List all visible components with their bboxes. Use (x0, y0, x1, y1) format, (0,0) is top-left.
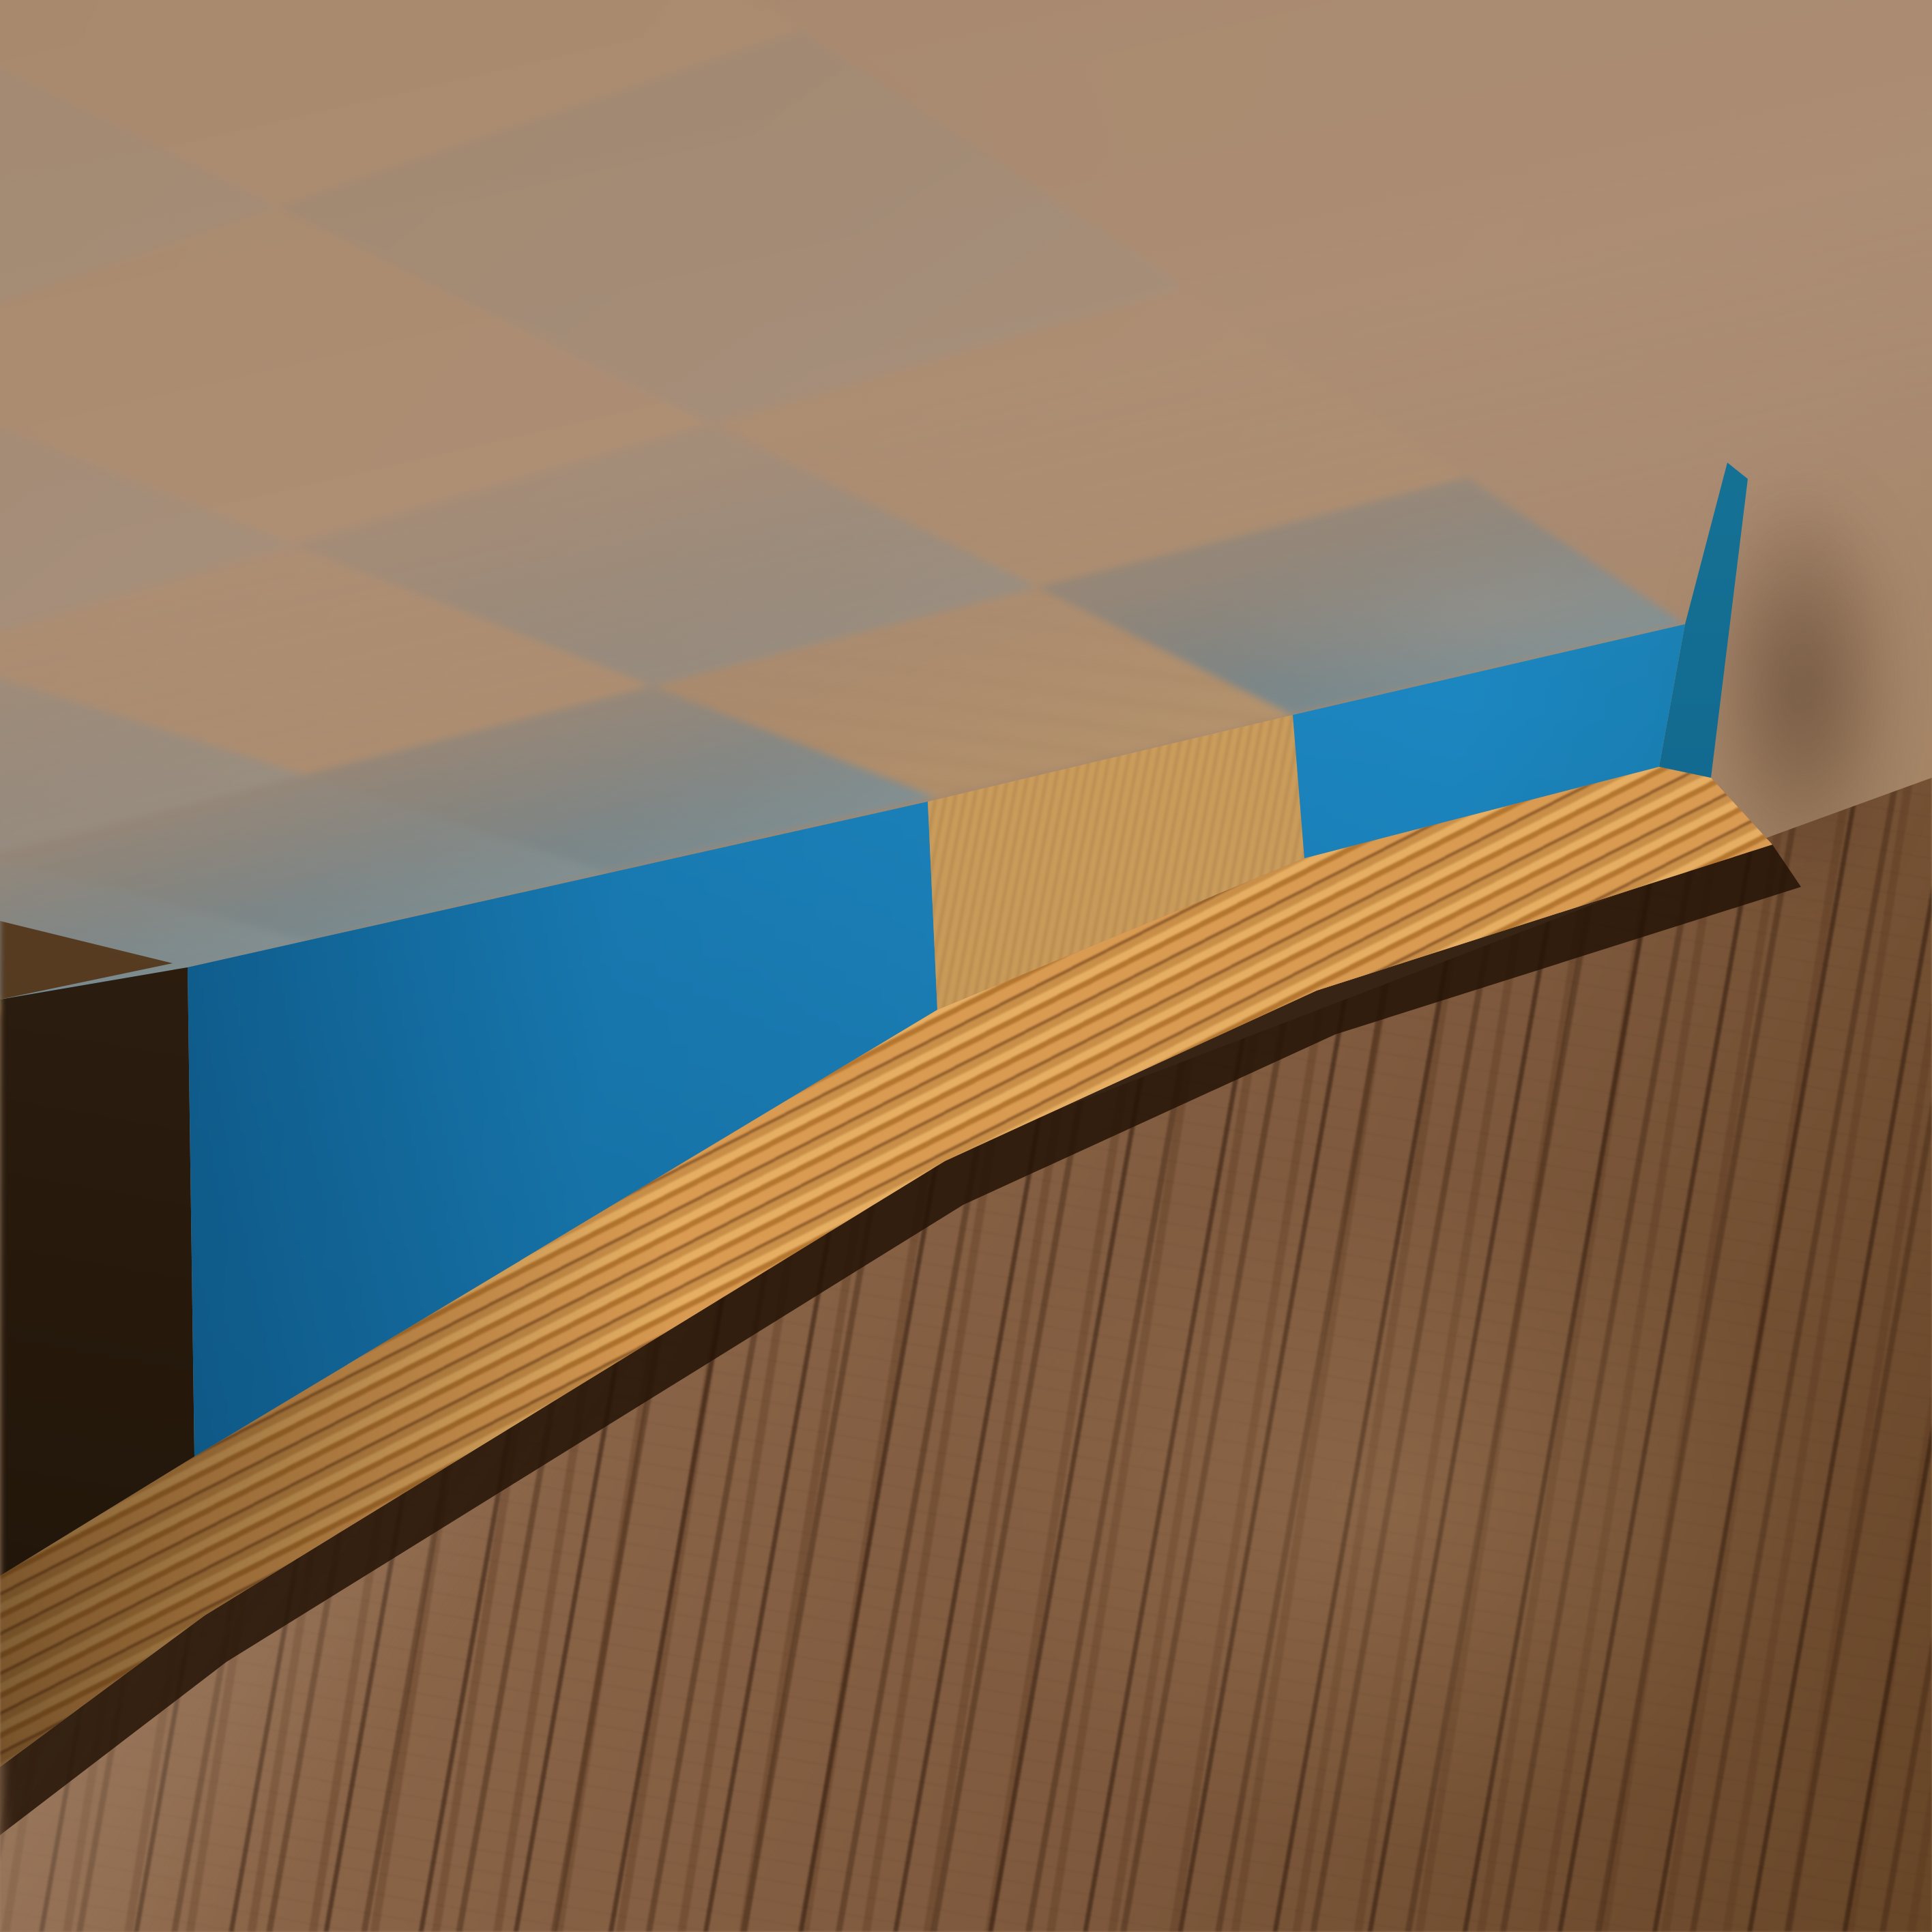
photo-scene (0, 0, 1932, 1932)
